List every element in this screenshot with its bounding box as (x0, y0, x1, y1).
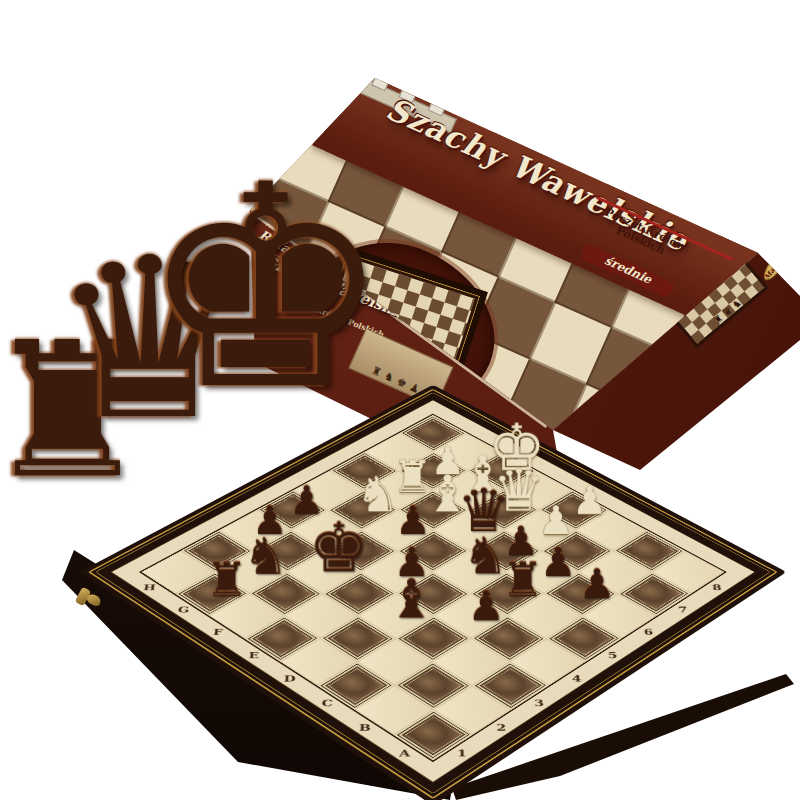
piece-bP[interactable]: ♟ (578, 564, 614, 603)
art-piece-icon: ♚ (395, 376, 408, 390)
piece-wP[interactable]: ♟ (572, 481, 607, 518)
piece-bN[interactable]: ♞ (243, 533, 288, 581)
piece-bR[interactable]: ♜ (502, 559, 544, 603)
piece-bB[interactable]: ♝ (387, 575, 435, 626)
art-piece-icon: ♛ (721, 305, 734, 318)
piece-bK[interactable]: ♚ (308, 516, 369, 581)
art-piece-icon: ♜ (712, 313, 725, 326)
piece-bR[interactable]: ♜ (206, 559, 248, 603)
piece-wP[interactable]: ♟ (538, 501, 573, 538)
display-piece-king: ♚ (140, 148, 391, 428)
piece-bP[interactable]: ♟ (540, 543, 576, 581)
brand-logo: Magiera (760, 248, 790, 283)
product-photo: Szachy Wawelskie Poczet Królów Polskich … (0, 0, 800, 800)
piece-bP[interactable]: ♟ (468, 586, 505, 625)
art-piece-icon: ♞ (730, 297, 743, 310)
piece-bP[interactable]: ♟ (395, 501, 430, 538)
